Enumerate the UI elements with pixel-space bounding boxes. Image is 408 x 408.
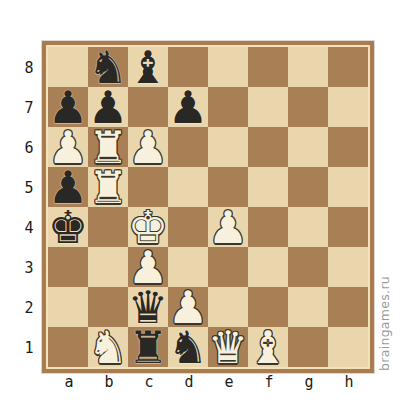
square-d7[interactable]: ♟ <box>168 87 208 127</box>
square-e6[interactable] <box>208 127 248 167</box>
black-bishop-c8[interactable]: ♝ <box>128 45 168 90</box>
file-label-g: g <box>289 372 329 392</box>
square-f3[interactable] <box>248 247 288 287</box>
square-f5[interactable] <box>248 167 288 207</box>
square-h1[interactable] <box>328 327 368 367</box>
rank-label-1: 1 <box>14 328 44 368</box>
file-label-c: c <box>129 372 169 392</box>
square-g2[interactable] <box>288 287 328 327</box>
square-h3[interactable] <box>328 247 368 287</box>
square-c8[interactable]: ♝ <box>128 47 168 87</box>
square-d6[interactable] <box>168 127 208 167</box>
square-g5[interactable] <box>288 167 328 207</box>
rank-label-5: 5 <box>14 168 44 208</box>
square-e1[interactable]: ♛ <box>208 327 248 367</box>
watermark: braingames.ru <box>377 276 392 371</box>
rank-label-3: 3 <box>14 248 44 288</box>
square-g7[interactable] <box>288 87 328 127</box>
file-label-d: d <box>169 372 209 392</box>
white-queen-e1[interactable]: ♛ <box>208 325 248 370</box>
rank-labels: 87654321 <box>14 48 44 368</box>
square-a4[interactable]: ♚ <box>48 207 88 247</box>
square-f1[interactable]: ♝ <box>248 327 288 367</box>
square-f4[interactable] <box>248 207 288 247</box>
black-king-a4[interactable]: ♚ <box>48 205 88 250</box>
square-g6[interactable] <box>288 127 328 167</box>
square-e7[interactable] <box>208 87 248 127</box>
rank-label-7: 7 <box>14 88 44 128</box>
square-g4[interactable] <box>288 207 328 247</box>
white-pawn-e4[interactable]: ♟ <box>208 205 248 250</box>
chess-board: ♞♝♟♟♟♟♜♟♟♜♚♚♟♟♛♟♞♜♞♛♝ <box>42 41 374 373</box>
square-h2[interactable] <box>328 287 368 327</box>
black-rook-c1[interactable]: ♜ <box>128 325 168 370</box>
square-b1[interactable]: ♞ <box>88 327 128 367</box>
rank-label-8: 8 <box>14 48 44 88</box>
square-b3[interactable] <box>88 247 128 287</box>
square-h4[interactable] <box>328 207 368 247</box>
file-label-a: a <box>49 372 89 392</box>
file-label-h: h <box>329 372 369 392</box>
square-b5[interactable]: ♜ <box>88 167 128 207</box>
square-g1[interactable] <box>288 327 328 367</box>
square-b4[interactable] <box>88 207 128 247</box>
square-d4[interactable] <box>168 207 208 247</box>
file-labels: abcdefgh <box>49 372 369 392</box>
board-grid: ♞♝♟♟♟♟♜♟♟♜♚♚♟♟♛♟♞♜♞♛♝ <box>48 47 368 367</box>
file-label-b: b <box>89 372 129 392</box>
square-h8[interactable] <box>328 47 368 87</box>
square-d1[interactable]: ♞ <box>168 327 208 367</box>
square-f6[interactable] <box>248 127 288 167</box>
file-label-f: f <box>249 372 289 392</box>
square-h6[interactable] <box>328 127 368 167</box>
square-a3[interactable] <box>48 247 88 287</box>
square-a1[interactable] <box>48 327 88 367</box>
square-e4[interactable]: ♟ <box>208 207 248 247</box>
square-g3[interactable] <box>288 247 328 287</box>
square-a2[interactable] <box>48 287 88 327</box>
rank-label-4: 4 <box>14 208 44 248</box>
square-f7[interactable] <box>248 87 288 127</box>
white-pawn-c6[interactable]: ♟ <box>128 125 168 170</box>
white-bishop-f1[interactable]: ♝ <box>248 325 288 370</box>
rank-label-2: 2 <box>14 288 44 328</box>
square-h5[interactable] <box>328 167 368 207</box>
square-c1[interactable]: ♜ <box>128 327 168 367</box>
square-e8[interactable] <box>208 47 248 87</box>
white-rook-b5[interactable]: ♜ <box>88 165 128 210</box>
square-f8[interactable] <box>248 47 288 87</box>
white-knight-b1[interactable]: ♞ <box>88 325 128 370</box>
square-h7[interactable] <box>328 87 368 127</box>
square-c6[interactable]: ♟ <box>128 127 168 167</box>
file-label-e: e <box>209 372 249 392</box>
black-pawn-d7[interactable]: ♟ <box>168 85 208 130</box>
square-d5[interactable] <box>168 167 208 207</box>
black-knight-d1[interactable]: ♞ <box>168 325 208 370</box>
square-e3[interactable] <box>208 247 248 287</box>
square-g8[interactable] <box>288 47 328 87</box>
page: { "game": "chess", "position": { "fen": … <box>0 0 408 408</box>
rank-label-6: 6 <box>14 128 44 168</box>
